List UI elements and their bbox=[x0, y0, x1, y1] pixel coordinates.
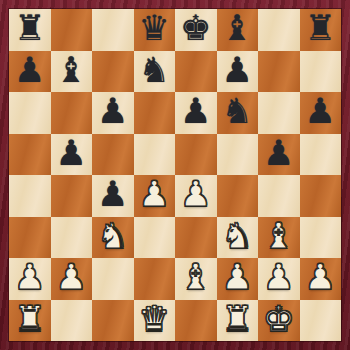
square-e4[interactable]: ♟ bbox=[175, 175, 217, 217]
piece-black-pawn[interactable]: ♟ bbox=[263, 136, 294, 171]
square-e6[interactable]: ♟ bbox=[175, 92, 217, 134]
square-c6[interactable]: ♟ bbox=[92, 92, 134, 134]
square-f6[interactable]: ♞ bbox=[217, 92, 259, 134]
piece-white-rook[interactable]: ♜ bbox=[222, 302, 253, 337]
square-g4[interactable] bbox=[258, 175, 300, 217]
square-d4[interactable]: ♟ bbox=[134, 175, 176, 217]
piece-black-queen[interactable]: ♛ bbox=[139, 11, 170, 46]
square-g1[interactable]: ♚ bbox=[258, 300, 300, 342]
square-a1[interactable]: ♜ bbox=[9, 300, 51, 342]
square-a2[interactable]: ♟ bbox=[9, 258, 51, 300]
piece-black-pawn[interactable]: ♟ bbox=[97, 177, 128, 212]
piece-black-knight[interactable]: ♞ bbox=[139, 53, 170, 88]
piece-white-queen[interactable]: ♛ bbox=[139, 302, 170, 337]
square-d1[interactable]: ♛ bbox=[134, 300, 176, 342]
square-f1[interactable]: ♜ bbox=[217, 300, 259, 342]
square-b7[interactable]: ♝ bbox=[51, 51, 93, 93]
piece-black-rook[interactable]: ♜ bbox=[14, 11, 45, 46]
square-b6[interactable] bbox=[51, 92, 93, 134]
piece-black-king[interactable]: ♚ bbox=[180, 11, 211, 46]
square-b3[interactable] bbox=[51, 217, 93, 259]
piece-white-rook[interactable]: ♜ bbox=[14, 302, 45, 337]
piece-white-bishop[interactable]: ♝ bbox=[263, 219, 294, 254]
square-h1[interactable] bbox=[300, 300, 342, 342]
piece-black-bishop[interactable]: ♝ bbox=[56, 53, 87, 88]
piece-black-knight[interactable]: ♞ bbox=[222, 94, 253, 129]
square-g6[interactable] bbox=[258, 92, 300, 134]
square-d3[interactable] bbox=[134, 217, 176, 259]
piece-white-pawn[interactable]: ♟ bbox=[56, 260, 87, 295]
piece-white-pawn[interactable]: ♟ bbox=[14, 260, 45, 295]
piece-white-knight[interactable]: ♞ bbox=[97, 219, 128, 254]
square-h6[interactable]: ♟ bbox=[300, 92, 342, 134]
piece-white-pawn[interactable]: ♟ bbox=[222, 260, 253, 295]
piece-black-pawn[interactable]: ♟ bbox=[14, 53, 45, 88]
square-c5[interactable] bbox=[92, 134, 134, 176]
square-e1[interactable] bbox=[175, 300, 217, 342]
square-d5[interactable] bbox=[134, 134, 176, 176]
square-c1[interactable] bbox=[92, 300, 134, 342]
square-h2[interactable]: ♟ bbox=[300, 258, 342, 300]
square-a7[interactable]: ♟ bbox=[9, 51, 51, 93]
square-h4[interactable] bbox=[300, 175, 342, 217]
square-h3[interactable] bbox=[300, 217, 342, 259]
piece-white-pawn[interactable]: ♟ bbox=[305, 260, 336, 295]
square-f8[interactable]: ♝ bbox=[217, 9, 259, 51]
piece-black-pawn[interactable]: ♟ bbox=[180, 94, 211, 129]
square-c4[interactable]: ♟ bbox=[92, 175, 134, 217]
piece-black-pawn[interactable]: ♟ bbox=[222, 53, 253, 88]
square-c2[interactable] bbox=[92, 258, 134, 300]
square-e5[interactable] bbox=[175, 134, 217, 176]
square-g8[interactable] bbox=[258, 9, 300, 51]
board-frame: ♜♛♚♝♜♟♝♞♟♟♟♞♟♟♟♟♟♟♞♞♝♟♟♝♟♟♟♜♛♜♚ bbox=[0, 0, 350, 350]
square-b1[interactable] bbox=[51, 300, 93, 342]
square-g3[interactable]: ♝ bbox=[258, 217, 300, 259]
square-a6[interactable] bbox=[9, 92, 51, 134]
piece-black-pawn[interactable]: ♟ bbox=[56, 136, 87, 171]
square-a3[interactable] bbox=[9, 217, 51, 259]
piece-black-rook[interactable]: ♜ bbox=[305, 11, 336, 46]
square-b4[interactable] bbox=[51, 175, 93, 217]
piece-white-king[interactable]: ♚ bbox=[263, 302, 294, 337]
square-g7[interactable] bbox=[258, 51, 300, 93]
piece-black-pawn[interactable]: ♟ bbox=[305, 94, 336, 129]
square-d7[interactable]: ♞ bbox=[134, 51, 176, 93]
square-e7[interactable] bbox=[175, 51, 217, 93]
square-f3[interactable]: ♞ bbox=[217, 217, 259, 259]
square-d6[interactable] bbox=[134, 92, 176, 134]
square-f4[interactable] bbox=[217, 175, 259, 217]
square-h7[interactable] bbox=[300, 51, 342, 93]
square-h8[interactable]: ♜ bbox=[300, 9, 342, 51]
square-f2[interactable]: ♟ bbox=[217, 258, 259, 300]
square-a4[interactable] bbox=[9, 175, 51, 217]
square-g2[interactable]: ♟ bbox=[258, 258, 300, 300]
square-e8[interactable]: ♚ bbox=[175, 9, 217, 51]
piece-white-bishop[interactable]: ♝ bbox=[180, 260, 211, 295]
chess-board: ♜♛♚♝♜♟♝♞♟♟♟♞♟♟♟♟♟♟♞♞♝♟♟♝♟♟♟♜♛♜♚ bbox=[9, 9, 341, 341]
square-d2[interactable] bbox=[134, 258, 176, 300]
piece-white-knight[interactable]: ♞ bbox=[222, 219, 253, 254]
square-f7[interactable]: ♟ bbox=[217, 51, 259, 93]
square-f5[interactable] bbox=[217, 134, 259, 176]
square-h5[interactable] bbox=[300, 134, 342, 176]
square-e3[interactable] bbox=[175, 217, 217, 259]
square-g5[interactable]: ♟ bbox=[258, 134, 300, 176]
square-a5[interactable] bbox=[9, 134, 51, 176]
square-c3[interactable]: ♞ bbox=[92, 217, 134, 259]
square-b2[interactable]: ♟ bbox=[51, 258, 93, 300]
square-b5[interactable]: ♟ bbox=[51, 134, 93, 176]
piece-white-pawn[interactable]: ♟ bbox=[139, 177, 170, 212]
square-c8[interactable] bbox=[92, 9, 134, 51]
square-c7[interactable] bbox=[92, 51, 134, 93]
square-d8[interactable]: ♛ bbox=[134, 9, 176, 51]
piece-black-bishop[interactable]: ♝ bbox=[222, 11, 253, 46]
square-b8[interactable] bbox=[51, 9, 93, 51]
piece-black-pawn[interactable]: ♟ bbox=[97, 94, 128, 129]
piece-white-pawn[interactable]: ♟ bbox=[263, 260, 294, 295]
square-a8[interactable]: ♜ bbox=[9, 9, 51, 51]
square-e2[interactable]: ♝ bbox=[175, 258, 217, 300]
piece-white-pawn[interactable]: ♟ bbox=[180, 177, 211, 212]
